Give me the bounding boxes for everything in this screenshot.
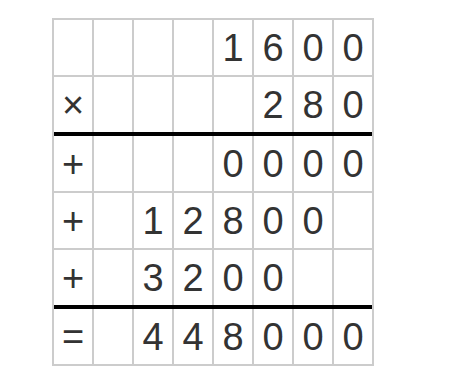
grid-cell: 0 [294, 309, 332, 364]
operator-cell: = [54, 309, 92, 364]
grid-cell: 0 [254, 250, 292, 305]
grid-cell [174, 77, 212, 132]
operator-cell: + [54, 250, 92, 305]
grid-cell: 8 [214, 309, 252, 364]
grid-cell: 0 [334, 309, 372, 364]
grid-cell: 0 [254, 136, 292, 191]
grid-cell [94, 77, 132, 132]
grid-cell: 2 [254, 77, 292, 132]
grid-cell: 0 [294, 193, 332, 248]
grid-cell: 0 [294, 20, 332, 75]
grid-cell [94, 20, 132, 75]
multiplication-grid: 1600×280+0000+12800+3200=448000 [52, 18, 374, 366]
grid-cell [94, 250, 132, 305]
grid-row-1: 1600 [54, 20, 372, 75]
page: 1600×280+0000+12800+3200=448000 [0, 0, 470, 386]
grid-cell: 3 [134, 250, 172, 305]
grid-cell [94, 193, 132, 248]
operator-cell: × [54, 77, 92, 132]
grid-cell [294, 250, 332, 305]
grid-cell: 0 [254, 309, 292, 364]
grid-cell: 1 [134, 193, 172, 248]
grid-cell: 0 [294, 136, 332, 191]
grid-cell [134, 77, 172, 132]
grid-row-6: =448000 [54, 305, 372, 364]
grid-cell: 4 [134, 309, 172, 364]
grid-cell: 0 [214, 250, 252, 305]
grid-row-5: +3200 [54, 248, 372, 305]
grid-cell: 4 [174, 309, 212, 364]
grid-cell: 0 [334, 20, 372, 75]
grid-cell [214, 77, 252, 132]
grid-cell: 0 [214, 136, 252, 191]
grid-row-2: ×280 [54, 75, 372, 132]
grid-cell: 2 [174, 250, 212, 305]
operator-cell [54, 20, 92, 75]
grid-cell: 2 [174, 193, 212, 248]
grid-cell [174, 136, 212, 191]
grid-cell: 8 [294, 77, 332, 132]
grid-cell [134, 20, 172, 75]
operator-cell: + [54, 136, 92, 191]
grid-cell [94, 136, 132, 191]
grid-cell: 0 [334, 77, 372, 132]
operator-cell: + [54, 193, 92, 248]
grid-cell [94, 309, 132, 364]
grid-cell [334, 193, 372, 248]
grid-cell: 0 [254, 193, 292, 248]
grid-cell: 0 [334, 136, 372, 191]
grid-cell [134, 136, 172, 191]
grid-cell: 8 [214, 193, 252, 248]
grid-row-4: +12800 [54, 191, 372, 248]
grid-row-3: +0000 [54, 132, 372, 191]
grid-cell [334, 250, 372, 305]
grid-cell: 1 [214, 20, 252, 75]
grid-cell: 6 [254, 20, 292, 75]
grid-cell [174, 20, 212, 75]
